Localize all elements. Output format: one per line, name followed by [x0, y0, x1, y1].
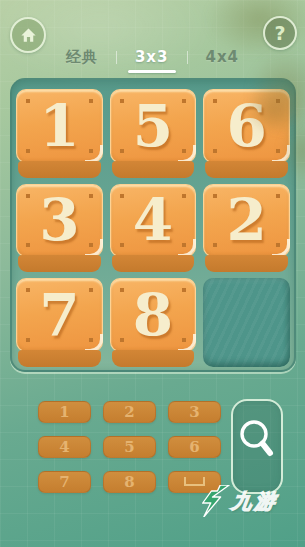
tile-number: 2 — [226, 191, 266, 249]
tile-r3c1[interactable]: 7 — [16, 278, 103, 367]
tile-side — [18, 161, 101, 178]
tile-side — [205, 161, 288, 178]
puzzle-app-screen: 1 5 6 3 4 2 7 8 ? 经典 3x3 4x4 1 2 3 — [0, 0, 305, 547]
tile-side — [18, 350, 101, 367]
key-5[interactable]: 5 — [103, 436, 156, 458]
magnifier-icon — [237, 418, 277, 462]
tile-side — [112, 161, 195, 178]
tab-4x4[interactable]: 4x4 — [206, 48, 240, 66]
tile-r1c1[interactable]: 1 — [16, 89, 103, 178]
tile-number: 8 — [133, 286, 173, 344]
home-icon — [19, 26, 38, 45]
puzzle-board: 1 5 6 3 4 2 7 8 — [10, 78, 296, 372]
tab-3x3[interactable]: 3x3 — [135, 48, 169, 66]
search-button[interactable] — [231, 399, 283, 494]
empty-cell — [203, 278, 290, 367]
mode-tabs: 经典 3x3 4x4 — [0, 45, 305, 69]
tile-number: 7 — [39, 286, 79, 344]
key-2[interactable]: 2 — [103, 401, 156, 423]
tile-side — [112, 255, 195, 272]
tile-r2c1[interactable]: 3 — [16, 184, 103, 273]
tile-number: 4 — [133, 191, 173, 249]
tab-separator — [187, 51, 188, 64]
tile-r2c3[interactable]: 2 — [203, 184, 290, 273]
tile-r3c2[interactable]: 8 — [110, 278, 197, 367]
tile-r1c2[interactable]: 5 — [110, 89, 197, 178]
question-mark-icon: ? — [274, 24, 285, 43]
key-1[interactable]: 1 — [38, 401, 91, 423]
tab-classic[interactable]: 经典 — [66, 48, 98, 67]
tile-side — [18, 255, 101, 272]
tile-side — [112, 350, 195, 367]
number-keypad: 1 2 3 4 5 6 7 8 — [38, 401, 221, 493]
key-4[interactable]: 4 — [38, 436, 91, 458]
tile-r3c3[interactable] — [203, 278, 290, 367]
tile-number: 6 — [226, 97, 266, 155]
board-grid: 1 5 6 3 4 2 7 8 — [16, 89, 290, 367]
key-3[interactable]: 3 — [168, 401, 221, 423]
key-7[interactable]: 7 — [38, 471, 91, 493]
tile-r2c2[interactable]: 4 — [110, 184, 197, 273]
key-8[interactable]: 8 — [103, 471, 156, 493]
tile-number: 5 — [133, 97, 173, 155]
tile-number: 1 — [39, 97, 79, 155]
key-6[interactable]: 6 — [168, 436, 221, 458]
tile-r1c3[interactable]: 6 — [203, 89, 290, 178]
key-space[interactable] — [168, 471, 221, 493]
tab-separator — [116, 51, 117, 64]
tile-side — [205, 255, 288, 272]
tile-number: 3 — [39, 191, 79, 249]
space-key-icon — [184, 477, 205, 486]
